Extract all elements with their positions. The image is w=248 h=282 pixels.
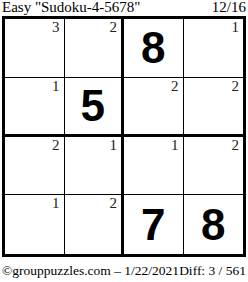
corner-mark: 1: [171, 138, 179, 153]
difficulty-text: Diff: 3 / 561: [179, 263, 246, 278]
cell-r3c3[interactable]: 8: [184, 195, 244, 254]
cell-r0c2[interactable]: 8: [124, 19, 184, 78]
footer: ©grouppuzzles.com – 1/22/2021 Diff: 3 / …: [2, 263, 246, 278]
cell-r3c1[interactable]: 2: [65, 195, 125, 254]
corner-mark: 2: [232, 79, 240, 94]
corner-mark: 2: [110, 196, 118, 211]
corner-mark: 3: [52, 20, 60, 35]
cell-r2c3[interactable]: 2: [184, 137, 244, 196]
cell-r2c1[interactable]: 1: [65, 137, 125, 196]
sudoku-board: 3281152221121278: [2, 16, 246, 257]
given-digit: 7: [141, 202, 165, 247]
corner-mark: 1: [52, 196, 60, 211]
corner-mark: 2: [52, 138, 60, 153]
cell-r0c0[interactable]: 3: [5, 19, 65, 78]
cell-r2c2[interactable]: 1: [124, 137, 184, 196]
cell-r1c2[interactable]: 2: [124, 78, 184, 137]
cell-r1c1[interactable]: 5: [65, 78, 125, 137]
given-digit: 8: [141, 25, 165, 70]
header: Easy "Sudoku-4-5678" 12/16: [2, 0, 246, 15]
corner-mark: 2: [110, 20, 118, 35]
given-digit: 5: [81, 83, 105, 128]
cell-r0c3[interactable]: 1: [184, 19, 244, 78]
cell-r3c2[interactable]: 7: [124, 195, 184, 254]
corner-mark: 1: [110, 138, 118, 153]
cell-r0c1[interactable]: 2: [65, 19, 125, 78]
cell-r3c0[interactable]: 1: [5, 195, 65, 254]
corner-mark: 1: [232, 20, 240, 35]
corner-mark: 2: [171, 79, 179, 94]
cell-r1c0[interactable]: 1: [5, 78, 65, 137]
page-counter: 12/16: [212, 0, 246, 15]
cell-r2c0[interactable]: 2: [5, 137, 65, 196]
copyright-text: ©grouppuzzles.com – 1/22/2021: [2, 263, 179, 278]
cell-r1c3[interactable]: 2: [184, 78, 244, 137]
puzzle-title: Easy "Sudoku-4-5678": [2, 0, 141, 15]
given-digit: 8: [201, 202, 225, 247]
corner-mark: 2: [232, 138, 240, 153]
corner-mark: 1: [52, 79, 60, 94]
